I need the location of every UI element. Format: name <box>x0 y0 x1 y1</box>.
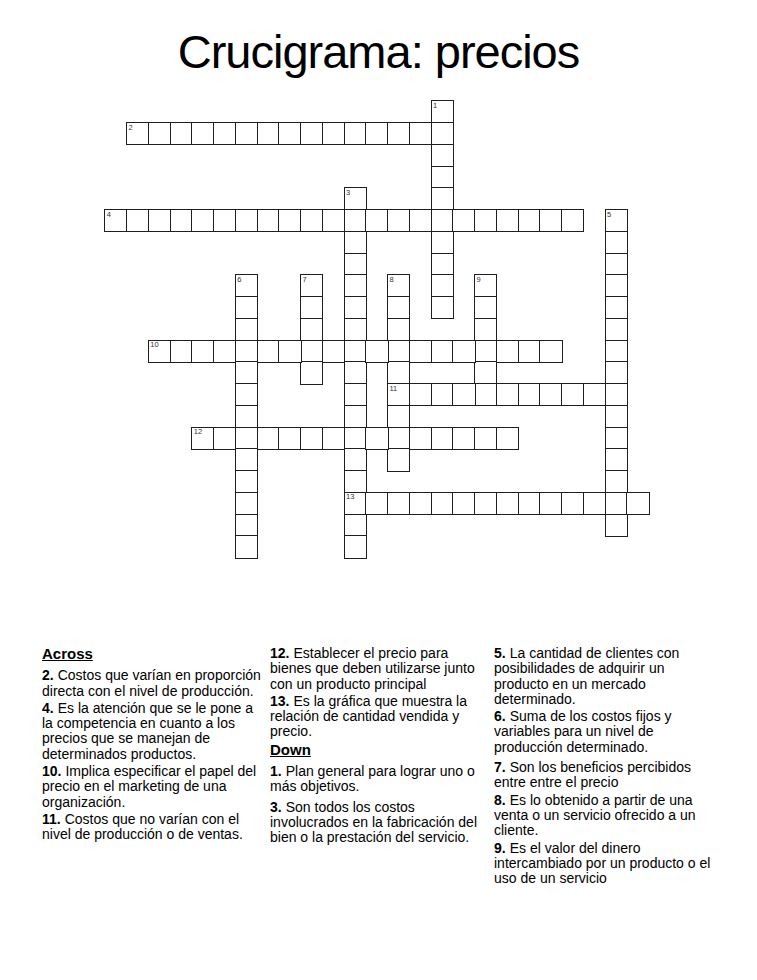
grid-cell[interactable] <box>431 296 454 319</box>
grid-cell[interactable] <box>452 340 475 363</box>
grid-cell[interactable] <box>409 383 432 406</box>
clue-across-11: 11.Costos que no varían con el nivel de … <box>42 812 262 843</box>
grid-cell[interactable] <box>344 122 367 145</box>
grid-cell[interactable] <box>344 427 367 450</box>
page-title: Crucigrama: precios <box>0 24 757 79</box>
cell-number: 7 <box>303 276 307 284</box>
cell-number: 8 <box>390 276 394 284</box>
grid-cell[interactable] <box>605 231 628 254</box>
grid-cell[interactable] <box>322 122 345 145</box>
grid-cell[interactable] <box>344 231 367 254</box>
grid-cell[interactable] <box>235 383 258 406</box>
grid-cell[interactable] <box>474 427 497 450</box>
clue-text: Costos que varían en proporción directa … <box>42 667 261 698</box>
clue-column-3: 5.La cantidad de clientes con posibilida… <box>494 646 718 888</box>
grid-cell[interactable] <box>278 122 301 145</box>
grid-cell[interactable] <box>235 492 258 515</box>
grid-cell[interactable]: 9 <box>474 274 497 297</box>
clue-down-1: 1.Plan general para lograr uno o más obj… <box>270 764 488 795</box>
grid-cell[interactable] <box>452 209 475 232</box>
grid-cell[interactable] <box>278 209 301 232</box>
grid-cell[interactable] <box>431 144 454 167</box>
grid-cell[interactable] <box>496 427 519 450</box>
grid-cell[interactable] <box>344 405 367 428</box>
grid-cell[interactable] <box>561 492 584 515</box>
clue-text: Son los beneficios percibidos entre entr… <box>494 759 691 790</box>
grid-cell[interactable] <box>431 340 454 363</box>
grid-cell[interactable] <box>387 492 410 515</box>
grid-cell[interactable] <box>605 405 628 428</box>
clue-text: Costos que no varían con el nivel de pro… <box>42 811 243 842</box>
grid-cell[interactable] <box>170 340 193 363</box>
clue-text: Plan general para lograr uno o más objet… <box>270 763 475 794</box>
grid-cell[interactable] <box>235 514 258 537</box>
grid-cell[interactable] <box>605 492 628 515</box>
grid-cell[interactable] <box>387 318 410 341</box>
grid-cell[interactable] <box>474 383 497 406</box>
grid-cell[interactable] <box>344 318 367 341</box>
down-heading: Down <box>270 742 488 757</box>
grid-cell[interactable] <box>561 209 584 232</box>
clue-text: Suma de los costos fijos y variables par… <box>494 708 672 755</box>
grid-cell[interactable] <box>300 296 323 319</box>
grid-cell[interactable] <box>518 492 541 515</box>
grid-cell[interactable] <box>235 361 258 384</box>
grid-cell[interactable]: 10 <box>148 340 171 363</box>
grid-cell[interactable] <box>431 187 454 210</box>
grid-cell[interactable]: 11 <box>387 383 410 406</box>
grid-cell[interactable]: 13 <box>344 492 367 515</box>
clue-down-7: 7.Son los beneficios percibidos entre en… <box>494 760 718 791</box>
clue-down-6: 6.Suma de los costos fijos y variables p… <box>494 709 718 755</box>
grid-cell[interactable] <box>213 340 236 363</box>
clue-text: Es la atención que se le pone a la compe… <box>42 700 253 762</box>
grid-cell[interactable] <box>191 122 214 145</box>
grid-cell[interactable] <box>387 296 410 319</box>
clue-down-5: 5.La cantidad de clientes con posibilida… <box>494 646 718 707</box>
clue-text: La cantidad de clientes con posibilidade… <box>494 645 679 707</box>
grid-cell[interactable] <box>365 492 388 515</box>
grid-cell[interactable] <box>278 427 301 450</box>
cell-number: 2 <box>129 124 133 132</box>
grid-cell[interactable] <box>605 340 628 363</box>
grid-cell[interactable] <box>213 209 236 232</box>
grid-cell[interactable] <box>387 427 410 450</box>
grid-cell[interactable]: 8 <box>387 274 410 297</box>
grid-cell[interactable] <box>235 448 258 471</box>
grid-cell[interactable] <box>474 492 497 515</box>
grid-cell[interactable] <box>235 122 258 145</box>
grid-cell[interactable]: 7 <box>300 274 323 297</box>
across-heading: Across <box>42 646 262 661</box>
grid-cell[interactable] <box>235 535 258 558</box>
cell-number: 4 <box>107 211 111 219</box>
grid-cell[interactable] <box>344 296 367 319</box>
grid-cell[interactable] <box>431 492 454 515</box>
grid-cell[interactable] <box>387 122 410 145</box>
clue-down-8: 8.Es lo obtenido a partir de una venta o… <box>494 793 718 839</box>
grid-cell[interactable] <box>605 427 628 450</box>
grid-cell[interactable] <box>605 253 628 276</box>
clue-number: 7. <box>494 759 506 775</box>
cell-number: 3 <box>346 189 350 197</box>
clue-text: Establecer el precio para bienes que deb… <box>270 645 475 692</box>
grid-cell[interactable]: 5 <box>605 209 628 232</box>
clue-text: Implica especificar el papel del precio … <box>42 763 256 810</box>
grid-cell[interactable] <box>496 383 519 406</box>
grid-cell[interactable] <box>365 209 388 232</box>
grid-cell[interactable] <box>605 296 628 319</box>
grid-cell[interactable] <box>322 209 345 232</box>
grid-cell[interactable] <box>518 383 541 406</box>
grid-cell[interactable] <box>474 361 497 384</box>
clue-text: Es el valor del dinero intercambiado por… <box>494 840 710 887</box>
grid-cell[interactable] <box>257 340 280 363</box>
grid-cell[interactable] <box>387 361 410 384</box>
grid-cell[interactable] <box>344 274 367 297</box>
grid-cell[interactable] <box>344 448 367 471</box>
grid-cell[interactable] <box>235 470 258 493</box>
grid-cell[interactable] <box>431 166 454 189</box>
grid-cell[interactable] <box>344 535 367 558</box>
clue-across-12: 12.Establecer el precio para bienes que … <box>270 646 488 692</box>
grid-cell[interactable] <box>605 383 628 406</box>
grid-cell[interactable] <box>518 209 541 232</box>
grid-cell[interactable] <box>344 253 367 276</box>
clue-column-2: 12.Establecer el precio para bienes que … <box>270 646 488 848</box>
grid-cell[interactable] <box>235 340 258 363</box>
grid-cell[interactable] <box>148 122 171 145</box>
grid-cell[interactable] <box>496 492 519 515</box>
grid-cell[interactable] <box>626 492 649 515</box>
grid-cell[interactable] <box>409 492 432 515</box>
grid-cell[interactable] <box>474 340 497 363</box>
grid-cell[interactable] <box>344 340 367 363</box>
grid-cell[interactable] <box>409 427 432 450</box>
grid-cell[interactable] <box>496 209 519 232</box>
grid-cell[interactable] <box>605 514 628 537</box>
grid-cell[interactable] <box>539 340 562 363</box>
clue-number: 11. <box>42 811 61 827</box>
grid-cell[interactable] <box>278 340 301 363</box>
grid-cell[interactable] <box>365 340 388 363</box>
grid-cell[interactable] <box>409 340 432 363</box>
cell-number: 12 <box>194 428 202 436</box>
grid-cell[interactable] <box>257 427 280 450</box>
grid-cell[interactable] <box>191 209 214 232</box>
grid-cell[interactable] <box>431 383 454 406</box>
grid-cell[interactable] <box>191 340 214 363</box>
grid-cell[interactable] <box>605 274 628 297</box>
clue-number: 12. <box>270 645 289 661</box>
grid-cell[interactable] <box>605 448 628 471</box>
grid-cell[interactable] <box>431 122 454 145</box>
clue-number: 8. <box>494 792 506 808</box>
grid-cell[interactable] <box>431 253 454 276</box>
grid-cell[interactable] <box>300 427 323 450</box>
clue-across-2: 2.Costos que varían en proporción direct… <box>42 668 262 699</box>
grid-cell[interactable] <box>518 340 541 363</box>
grid-cell[interactable] <box>605 361 628 384</box>
grid-cell[interactable] <box>257 122 280 145</box>
clue-text: Es lo obtenido a partir de una venta o u… <box>494 792 696 839</box>
cell-number: 6 <box>237 276 241 284</box>
grid-cell[interactable] <box>235 296 258 319</box>
clue-down-9: 9.Es el valor del dinero intercambiado p… <box>494 841 718 887</box>
grid-cell[interactable] <box>387 209 410 232</box>
grid-cell[interactable] <box>344 470 367 493</box>
grid-cell[interactable] <box>474 318 497 341</box>
grid-cell[interactable] <box>605 470 628 493</box>
grid-cell[interactable] <box>235 209 258 232</box>
grid-cell[interactable] <box>431 427 454 450</box>
grid-cell[interactable] <box>452 383 475 406</box>
grid-cell[interactable] <box>213 122 236 145</box>
grid-cell[interactable] <box>365 427 388 450</box>
grid-cell[interactable] <box>170 122 193 145</box>
grid-cell[interactable] <box>235 318 258 341</box>
grid-cell[interactable] <box>431 231 454 254</box>
clue-down-3: 3.Son todos los costos involucrados en l… <box>270 800 488 846</box>
grid-cell[interactable] <box>431 274 454 297</box>
grid-cell[interactable] <box>387 448 410 471</box>
grid-cell[interactable] <box>344 209 367 232</box>
grid-cell[interactable] <box>474 296 497 319</box>
grid-cell[interactable] <box>539 209 562 232</box>
grid-cell[interactable] <box>300 340 323 363</box>
cell-number: 9 <box>477 276 481 284</box>
grid-cell[interactable] <box>344 383 367 406</box>
grid-cell[interactable] <box>561 383 584 406</box>
grid-cell[interactable] <box>452 427 475 450</box>
clue-across-10: 10.Implica especificar el papel del prec… <box>42 764 262 810</box>
grid-cell[interactable] <box>387 405 410 428</box>
grid-cell[interactable] <box>539 383 562 406</box>
grid-cell[interactable] <box>170 209 193 232</box>
grid-cell[interactable] <box>300 361 323 384</box>
grid-cell[interactable] <box>496 340 519 363</box>
grid-cell[interactable] <box>344 514 367 537</box>
grid-cell[interactable] <box>213 427 236 450</box>
grid-cell[interactable] <box>235 405 258 428</box>
clue-number: 2. <box>42 667 54 683</box>
grid-cell[interactable]: 4 <box>104 209 127 232</box>
clue-number: 10. <box>42 763 61 779</box>
grid-cell[interactable] <box>387 340 410 363</box>
grid-cell[interactable] <box>409 209 432 232</box>
grid-cell[interactable] <box>126 209 149 232</box>
clue-number: 9. <box>494 840 506 856</box>
grid-cell[interactable] <box>235 427 258 450</box>
cell-number: 11 <box>390 385 398 393</box>
grid-cell[interactable]: 1 <box>431 100 454 123</box>
clue-across-4: 4.Es la atención que se le pone a la com… <box>42 701 262 762</box>
crossword-grid: 12313456781191012 <box>105 101 649 558</box>
grid-cell[interactable] <box>322 427 345 450</box>
grid-cell[interactable] <box>605 318 628 341</box>
grid-cell[interactable] <box>474 209 497 232</box>
clue-number: 13. <box>270 693 289 709</box>
grid-cell[interactable] <box>431 209 454 232</box>
clue-across-13: 13.Es la gráfica que muestra la relación… <box>270 694 488 740</box>
clue-text: Son todos los costos involucrados en la … <box>270 799 477 846</box>
grid-cell[interactable]: 6 <box>235 274 258 297</box>
grid-cell[interactable] <box>539 492 562 515</box>
grid-cell[interactable] <box>257 209 280 232</box>
clue-text: Es la gráfica que muestra la relación de… <box>270 693 467 740</box>
grid-cell[interactable] <box>583 383 606 406</box>
cell-number: 10 <box>150 341 158 349</box>
grid-cell[interactable] <box>583 492 606 515</box>
clue-number: 1. <box>270 763 282 779</box>
clue-column-1: Across 2.Costos que varían en proporción… <box>42 646 262 845</box>
cell-number: 1 <box>433 102 437 110</box>
grid-cell[interactable]: 12 <box>191 427 214 450</box>
grid-cell[interactable] <box>148 209 171 232</box>
grid-cell[interactable] <box>452 492 475 515</box>
grid-cell[interactable]: 3 <box>344 187 367 210</box>
grid-cell[interactable]: 2 <box>126 122 149 145</box>
cell-number: 5 <box>607 211 611 219</box>
grid-cell[interactable] <box>300 318 323 341</box>
grid-cell[interactable] <box>365 122 388 145</box>
clue-number: 6. <box>494 708 506 724</box>
grid-cell[interactable] <box>300 122 323 145</box>
clue-number: 4. <box>42 700 54 716</box>
grid-cell[interactable] <box>344 361 367 384</box>
page: Crucigrama: precios 12313456781191012 Ac… <box>0 0 757 980</box>
grid-cell[interactable] <box>409 122 432 145</box>
clue-number: 3. <box>270 799 282 815</box>
grid-cell[interactable] <box>300 209 323 232</box>
clue-number: 5. <box>494 645 506 661</box>
cell-number: 13 <box>346 493 354 501</box>
grid-cell[interactable] <box>322 340 345 363</box>
